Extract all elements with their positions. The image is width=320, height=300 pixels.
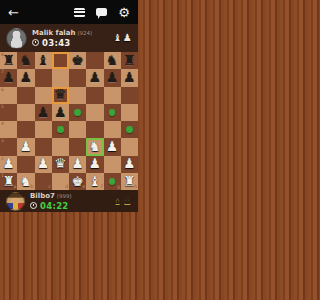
square-g5[interactable] (104, 104, 121, 121)
opponent-player-bar: Malik falah (924) 03:43 ♝♟ (0, 24, 138, 52)
square-h6[interactable] (121, 87, 138, 104)
square-f2[interactable]: ♟ (86, 156, 103, 173)
piece-black-knight: ♞ (106, 54, 118, 68)
square-a8[interactable]: 8♜ (0, 52, 17, 69)
square-f8[interactable] (86, 52, 103, 69)
piece-black-king: ♚ (72, 54, 84, 68)
square-a7[interactable]: 7♟ (0, 69, 17, 86)
square-h7[interactable]: ♟ (121, 69, 138, 86)
piece-black-pawn: ♟ (3, 71, 15, 85)
square-d7[interactable] (52, 69, 69, 86)
square-b7[interactable]: ♟ (17, 69, 34, 86)
square-e6[interactable] (69, 87, 86, 104)
square-g6[interactable] (104, 87, 121, 104)
coordinate-label: b (31, 185, 34, 190)
coordinate-label: g (117, 185, 120, 190)
piece-black-pawn: ♟ (20, 71, 32, 85)
square-f1[interactable]: f♝ (86, 173, 103, 190)
piece-black-queen: ♛ (54, 88, 66, 102)
square-b1[interactable]: b♞ (17, 173, 34, 190)
piece-white-king: ♚ (72, 175, 84, 189)
piece-black-pawn: ♟ (54, 106, 66, 120)
square-e7[interactable] (69, 69, 86, 86)
square-h4[interactable] (121, 121, 138, 138)
chess-board: 8♜♞♝♚♞♜7♟♟♟♟♟6♛5♟♟43♟♞♟2♟♟♛♟♟♟1a♜b♞cde♚f… (0, 52, 138, 190)
square-d6[interactable]: ♛ (52, 87, 69, 104)
square-b8[interactable]: ♞ (17, 52, 34, 69)
player-bottom-clock: 04:22 (40, 201, 69, 211)
coordinate-label: a (13, 185, 16, 190)
piece-white-rook: ♜ (3, 175, 15, 189)
wood-background (0, 212, 138, 300)
opponent-info: Malik falah (924) 03:43 (32, 29, 113, 48)
piece-white-pawn: ♟ (20, 140, 32, 154)
coordinate-label: 3 (1, 139, 4, 144)
move-target-dot[interactable] (57, 126, 64, 133)
coordinate-label: 1 (1, 174, 4, 179)
piece-black-rook: ♜ (3, 54, 15, 68)
captured-white-pawn-icon: ♟ (123, 33, 132, 43)
square-a5[interactable]: 5 (0, 104, 17, 121)
square-b2[interactable] (17, 156, 34, 173)
piece-white-pawn: ♟ (3, 157, 15, 171)
move-target-dot[interactable] (109, 178, 116, 185)
square-f5[interactable] (86, 104, 103, 121)
square-d8[interactable] (52, 52, 69, 69)
square-b5[interactable] (17, 104, 34, 121)
piece-white-rook: ♜ (123, 175, 135, 189)
square-b4[interactable] (17, 121, 34, 138)
move-target-dot[interactable] (126, 126, 133, 133)
square-c1[interactable]: c (35, 173, 52, 190)
coordinate-label: e (82, 185, 85, 190)
chat-icon[interactable] (96, 8, 107, 16)
piece-white-pawn: ♟ (37, 157, 49, 171)
piece-black-pawn: ♟ (106, 71, 118, 85)
square-g1[interactable]: g (104, 173, 121, 190)
square-c7[interactable] (35, 69, 52, 86)
piece-white-pawn: ♟ (72, 157, 84, 171)
square-h2[interactable]: ♟ (121, 156, 138, 173)
opponent-rating: (924) (77, 30, 92, 36)
square-c8[interactable]: ♝ (35, 52, 52, 69)
piece-white-knight: ♞ (20, 175, 32, 189)
square-f4[interactable] (86, 121, 103, 138)
square-a1[interactable]: 1a♜ (0, 173, 17, 190)
own-info: Bilbo7 (999) 04:22 (30, 192, 113, 211)
piece-black-rook: ♜ (123, 54, 135, 68)
square-f6[interactable] (86, 87, 103, 104)
square-d3[interactable] (52, 138, 69, 155)
piece-white-queen: ♛ (54, 157, 66, 171)
square-f7[interactable]: ♟ (86, 69, 103, 86)
piece-white-pawn: ♟ (123, 157, 135, 171)
square-e5[interactable] (69, 104, 86, 121)
back-icon[interactable]: ← (8, 6, 19, 19)
move-target-dot[interactable] (109, 109, 116, 116)
own-rating: (999) (57, 193, 72, 199)
player-top-clock: 03:43 (42, 38, 71, 48)
captured-pieces-bottom: ♝♟ (113, 196, 132, 206)
square-h5[interactable] (121, 104, 138, 121)
coordinate-label: 6 (1, 88, 4, 93)
square-g8[interactable]: ♞ (104, 52, 121, 69)
square-g4[interactable] (104, 121, 121, 138)
own-player-bar: Bilbo7 (999) 04:22 ♝♟ (0, 190, 138, 212)
clock-icon (30, 202, 37, 209)
own-name: Bilbo7 (30, 192, 55, 200)
square-e2[interactable]: ♟ (69, 156, 86, 173)
square-e4[interactable] (69, 121, 86, 138)
coordinate-label: 8 (1, 53, 4, 58)
captured-black-bishop-icon: ♝ (113, 196, 122, 206)
piece-black-pawn: ♟ (37, 106, 49, 120)
captured-pieces-top: ♝♟ (113, 33, 132, 43)
piece-black-knight: ♞ (20, 54, 32, 68)
piece-white-bishop: ♝ (89, 175, 101, 189)
square-a6[interactable]: 6 (0, 87, 17, 104)
coordinate-label: 2 (1, 157, 4, 162)
piece-white-pawn: ♟ (106, 140, 118, 154)
captured-white-bishop-icon: ♝ (113, 33, 122, 43)
square-d1[interactable]: d (52, 173, 69, 190)
square-a2[interactable]: 2♟ (0, 156, 17, 173)
opponent-name: Malik falah (32, 29, 75, 37)
coordinate-label: d (65, 185, 68, 190)
opponent-avatar[interactable] (6, 28, 27, 49)
square-a4[interactable]: 4 (0, 121, 17, 138)
square-e8[interactable]: ♚ (69, 52, 86, 69)
square-e3[interactable] (69, 138, 86, 155)
square-d2[interactable]: ♛ (52, 156, 69, 173)
settings-gear-icon[interactable]: ⚙ (118, 6, 130, 19)
coordinate-label: 7 (1, 70, 4, 75)
square-c3[interactable] (35, 138, 52, 155)
square-h1[interactable]: h♜ (121, 173, 138, 190)
captured-black-pawn-icon: ♟ (123, 196, 132, 206)
coordinate-label: c (48, 185, 50, 190)
square-a3[interactable]: 3 (0, 138, 17, 155)
app-bar-actions: ⚙ (74, 6, 130, 19)
move-target-dot[interactable] (74, 109, 81, 116)
square-d4[interactable] (52, 121, 69, 138)
square-c4[interactable] (35, 121, 52, 138)
square-c2[interactable]: ♟ (35, 156, 52, 173)
clock-icon (32, 39, 39, 46)
square-h8[interactable]: ♜ (121, 52, 138, 69)
app-bar: ← ⚙ (0, 0, 138, 24)
square-b6[interactable] (17, 87, 34, 104)
square-g3[interactable]: ♟ (104, 138, 121, 155)
coordinate-label: 4 (1, 122, 4, 127)
coordinate-label: h (134, 185, 137, 190)
square-b3[interactable]: ♟ (17, 138, 34, 155)
piece-white-pawn: ♟ (89, 157, 101, 171)
square-e1[interactable]: e♚ (69, 173, 86, 190)
coordinate-label: f (101, 185, 103, 190)
piece-white-knight: ♞ (89, 140, 101, 154)
coordinate-label: 5 (1, 105, 4, 110)
square-h3[interactable] (121, 138, 138, 155)
move-list-icon[interactable] (74, 8, 85, 17)
piece-black-pawn: ♟ (123, 71, 135, 85)
piece-black-bishop: ♝ (37, 54, 49, 68)
square-c5[interactable]: ♟ (35, 104, 52, 121)
square-f3[interactable]: ♞ (86, 138, 103, 155)
own-avatar[interactable] (6, 192, 25, 211)
piece-black-pawn: ♟ (89, 71, 101, 85)
square-d5[interactable]: ♟ (52, 104, 69, 121)
square-g2[interactable] (104, 156, 121, 173)
square-g7[interactable]: ♟ (104, 69, 121, 86)
square-c6[interactable] (35, 87, 52, 104)
